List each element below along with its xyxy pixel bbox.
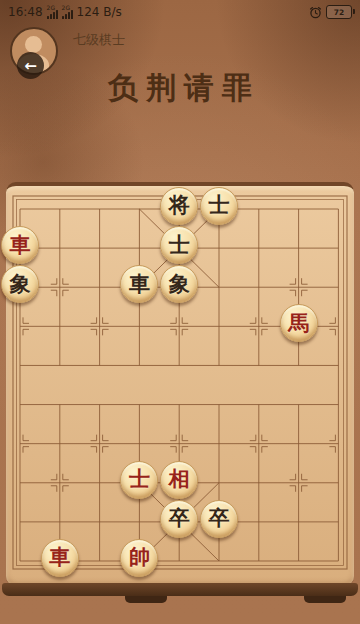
piece-black-卒[interactable]: 卒 bbox=[160, 500, 198, 538]
alarm-clock-icon bbox=[309, 6, 322, 19]
back-arrow-icon: ← bbox=[24, 57, 37, 75]
network-speed: 124 B/s bbox=[77, 5, 122, 19]
piece-red-車[interactable]: 車 bbox=[41, 539, 79, 577]
clock-time: 16:48 bbox=[8, 5, 43, 19]
back-button[interactable]: ← bbox=[17, 52, 44, 79]
signal-strength-icon: 2G bbox=[47, 5, 58, 19]
status-bar: 16:48 2G 2G 124 B/s 72 bbox=[0, 0, 360, 22]
player-rank-label: 七级棋士 bbox=[73, 31, 125, 49]
piece-red-帥[interactable]: 帥 bbox=[120, 539, 158, 577]
piece-black-卒[interactable]: 卒 bbox=[200, 500, 238, 538]
piece-black-車[interactable]: 車 bbox=[120, 265, 158, 303]
piece-red-相[interactable]: 相 bbox=[160, 461, 198, 499]
page-title: 负荆请罪 bbox=[0, 68, 360, 109]
piece-red-士[interactable]: 士 bbox=[120, 461, 158, 499]
board-bottom-edge bbox=[2, 583, 358, 596]
piece-black-象[interactable]: 象 bbox=[160, 265, 198, 303]
avatar-person-icon bbox=[25, 36, 42, 53]
piece-red-馬[interactable]: 馬 bbox=[280, 304, 318, 342]
signal-strength-icon: 2G bbox=[62, 5, 73, 19]
piece-black-象[interactable]: 象 bbox=[1, 265, 39, 303]
piece-black-士[interactable]: 士 bbox=[160, 226, 198, 264]
piece-black-将[interactable]: 将 bbox=[160, 187, 198, 225]
piece-black-士[interactable]: 士 bbox=[200, 187, 238, 225]
battery-percent: 72 bbox=[334, 8, 344, 17]
pieces-layer: 将士車士象車象馬士相卒卒車帥 bbox=[0, 186, 358, 577]
battery-icon: 72 bbox=[326, 5, 352, 19]
piece-red-車[interactable]: 車 bbox=[1, 226, 39, 264]
